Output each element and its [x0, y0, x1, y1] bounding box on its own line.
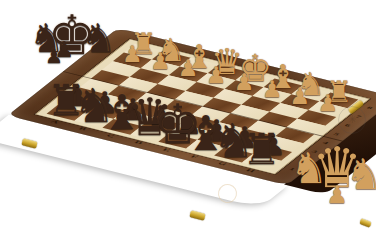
chess-board: ABCDEFGH12345678	[8, 28, 376, 185]
offboard-dark-pawn-5: ♟	[45, 46, 63, 66]
offboard-dark-knight-1: ♞	[29, 18, 65, 58]
offboard-dark-pawn-4: ♟	[54, 39, 74, 61]
brass-clasp-icon	[189, 210, 205, 220]
chess-set-product-photo: ABCDEFGH12345678 ♜♞♝♛♚♝♞♜♟♟♟♟♟♟♟♟♟♟♟♟♟♟♟…	[0, 0, 376, 241]
watermark-stamp-icon: ✳	[338, 106, 366, 134]
brass-clasp-icon	[359, 218, 371, 227]
